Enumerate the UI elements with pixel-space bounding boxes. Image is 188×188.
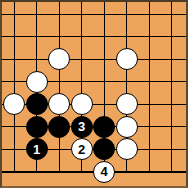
move-1-stone: 1 [26, 138, 48, 160]
stones-layer: 3124 [3, 3, 183, 183]
white-stone [48, 93, 70, 115]
white-stone [116, 93, 138, 115]
black-stone [93, 138, 115, 160]
go-board-diagram: 3124 [0, 0, 188, 188]
white-stone [116, 138, 138, 160]
white-stone [116, 116, 138, 138]
black-stone [26, 116, 48, 138]
black-stone [26, 93, 48, 115]
black-stone [93, 116, 115, 138]
white-stone [71, 93, 93, 115]
white-stone [26, 71, 48, 93]
white-stone [3, 93, 25, 115]
white-stone [48, 48, 70, 70]
move-3-stone: 3 [71, 116, 93, 138]
black-stone [48, 116, 70, 138]
move-4-stone: 4 [93, 161, 115, 183]
white-stone [116, 48, 138, 70]
move-2-stone: 2 [71, 138, 93, 160]
